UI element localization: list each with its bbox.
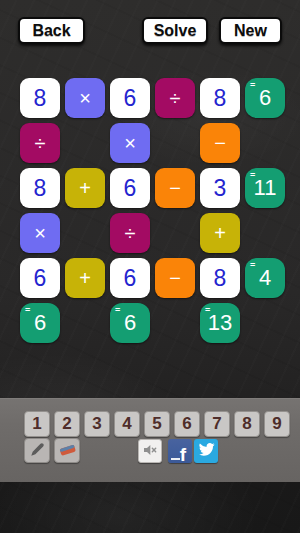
app-screen: Back Solve New 8×6÷8=6÷×−8+6−3=11×÷+6+6−… [0,0,300,533]
tile-r3c1-number[interactable]: 8 [20,168,60,208]
pencil-icon [29,441,46,461]
digit-key-7[interactable]: 7 [204,411,230,437]
tile-r1c6-result: =6 [245,78,285,118]
digit-keypad: 123456789 [24,411,290,437]
tile-r1c4-op: ÷ [155,78,195,118]
digit-key-1[interactable]: 1 [24,411,50,437]
twitter-share-button[interactable] [194,439,218,463]
result-value: 6 [34,310,46,336]
equals-sign: = [250,80,255,90]
result-value: 13 [208,310,232,336]
tile-r2c3-op: × [110,123,150,163]
tile-r3c4-op: − [155,168,195,208]
tile-r1c1-number[interactable]: 8 [20,78,60,118]
tile-r4c1-op: × [20,213,60,253]
pencil-button[interactable] [24,438,50,463]
digit-key-9[interactable]: 9 [264,411,290,437]
tile-r5c2-op: + [65,258,105,298]
equals-sign: = [250,170,255,180]
tile-r3c2-op: + [65,168,105,208]
tile-r5c4-op: − [155,258,195,298]
digit-key-3[interactable]: 3 [84,411,110,437]
tile-r6c1-result: =6 [20,303,60,343]
digit-key-8[interactable]: 8 [234,411,260,437]
twitter-bird-icon [198,441,215,461]
tile-r1c5-number[interactable]: 8 [200,78,240,118]
facebook-share-button[interactable]: f [168,439,192,463]
tile-r1c3-number[interactable]: 6 [110,78,150,118]
tile-r5c1-number[interactable]: 6 [20,258,60,298]
tile-r2c5-op: − [200,123,240,163]
eraser-icon [58,440,77,462]
tile-r3c6-result: =11 [245,168,285,208]
tile-r5c6-result: =4 [245,258,285,298]
tile-r6c5-result: =13 [200,303,240,343]
equals-sign: = [205,305,210,315]
facebook-icon-baseline [171,458,180,460]
equals-sign: = [115,305,120,315]
tile-r4c3-op: ÷ [110,213,150,253]
tile-r1c2-op: × [65,78,105,118]
tile-r3c5-number[interactable]: 3 [200,168,240,208]
result-value: 6 [124,310,136,336]
digit-key-4[interactable]: 4 [114,411,140,437]
tile-r5c3-number[interactable]: 6 [110,258,150,298]
facebook-icon: f [180,445,186,464]
tile-r3c3-number[interactable]: 6 [110,168,150,208]
result-value: 11 [254,175,277,201]
back-button[interactable]: Back [18,17,85,44]
muted-speaker-icon [142,442,158,461]
result-value: 6 [259,85,271,111]
input-panel: 123456789 [0,398,300,482]
tile-r5c5-number[interactable]: 8 [200,258,240,298]
digit-key-2[interactable]: 2 [54,411,80,437]
mute-button[interactable] [138,439,162,463]
solve-button[interactable]: Solve [142,17,208,44]
equals-sign: = [250,260,255,270]
equals-sign: = [25,305,30,315]
new-button[interactable]: New [219,17,282,44]
puzzle-board: 8×6÷8=6÷×−8+6−3=11×÷+6+6−8=4=6=6=13 [20,78,285,343]
digit-key-5[interactable]: 5 [144,411,170,437]
result-value: 4 [259,265,271,291]
digit-key-6[interactable]: 6 [174,411,200,437]
tile-r4c5-op: + [200,213,240,253]
tile-r6c3-result: =6 [110,303,150,343]
tile-r2c1-op: ÷ [20,123,60,163]
eraser-button[interactable] [54,438,80,463]
